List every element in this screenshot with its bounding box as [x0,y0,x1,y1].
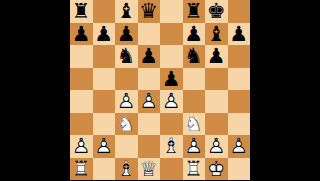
video-frame: ♜♝♛♜♚♟♟♟♟♝♟♞♟♞♟♟♟♙♟♙♟♙♞♘♞♘♟♙♟♙♝♗♟♙♟♙♟♙♜♖… [0,0,320,180]
square-e2[interactable]: ♝♗ [160,135,183,158]
square-a2[interactable]: ♟♙ [70,135,93,158]
square-c6[interactable]: ♞ [115,45,138,68]
square-f2[interactable]: ♟♙ [183,135,206,158]
white-pawn: ♟♙ [183,135,206,158]
square-a6[interactable] [70,45,93,68]
black-pawn: ♟ [183,23,206,46]
square-b7[interactable]: ♟ [93,23,116,46]
square-b6[interactable] [93,45,116,68]
square-d3[interactable] [138,113,161,136]
square-b3[interactable] [93,113,116,136]
white-pawn: ♟♙ [138,90,161,113]
square-a8[interactable]: ♜ [70,0,93,23]
square-h7[interactable]: ♟ [228,23,251,46]
square-c2[interactable] [115,135,138,158]
square-h8[interactable] [228,0,251,23]
black-bishop: ♝ [205,23,228,46]
square-f1[interactable]: ♜♖ [183,158,206,181]
chess-board: ♜♝♛♜♚♟♟♟♟♝♟♞♟♞♟♟♟♙♟♙♟♙♞♘♞♘♟♙♟♙♝♗♟♙♟♙♟♙♜♖… [70,0,250,180]
square-c1[interactable]: ♝♗ [115,158,138,181]
square-h4[interactable] [228,90,251,113]
black-pawn: ♟ [205,45,228,68]
white-knight: ♞♘ [115,113,138,136]
square-g2[interactable]: ♟♙ [205,135,228,158]
square-e8[interactable] [160,0,183,23]
square-h2[interactable]: ♟♙ [228,135,251,158]
square-d7[interactable] [138,23,161,46]
square-c4[interactable]: ♟♙ [115,90,138,113]
square-d6[interactable]: ♟ [138,45,161,68]
black-rook: ♜ [70,0,93,23]
square-f6[interactable]: ♞ [183,45,206,68]
white-pawn: ♟♙ [228,135,251,158]
square-e6[interactable] [160,45,183,68]
black-knight: ♞ [115,45,138,68]
square-g5[interactable] [205,68,228,91]
white-rook: ♜♖ [70,158,93,181]
black-king: ♚ [205,0,228,23]
white-rook: ♜♖ [183,158,206,181]
white-knight: ♞♘ [183,113,206,136]
square-c5[interactable] [115,68,138,91]
square-d1[interactable]: ♛♕ [138,158,161,181]
square-b4[interactable] [93,90,116,113]
black-rook: ♜ [183,0,206,23]
square-f5[interactable] [183,68,206,91]
square-b5[interactable] [93,68,116,91]
black-pawn: ♟ [138,45,161,68]
square-e5[interactable]: ♟ [160,68,183,91]
white-pawn: ♟♙ [70,135,93,158]
square-f4[interactable] [183,90,206,113]
square-a5[interactable] [70,68,93,91]
square-g8[interactable]: ♚ [205,0,228,23]
square-f3[interactable]: ♞♘ [183,113,206,136]
square-f8[interactable]: ♜ [183,0,206,23]
square-c7[interactable]: ♟ [115,23,138,46]
square-h5[interactable] [228,68,251,91]
square-d8[interactable]: ♛ [138,0,161,23]
square-e1[interactable] [160,158,183,181]
square-b8[interactable] [93,0,116,23]
square-f7[interactable]: ♟ [183,23,206,46]
black-pawn: ♟ [160,68,183,91]
square-h3[interactable] [228,113,251,136]
black-pawn: ♟ [70,23,93,46]
square-c3[interactable]: ♞♘ [115,113,138,136]
black-queen: ♛ [138,0,161,23]
square-g3[interactable] [205,113,228,136]
black-pawn: ♟ [115,23,138,46]
white-pawn: ♟♙ [205,135,228,158]
square-a4[interactable] [70,90,93,113]
pillarbox-left [0,0,70,180]
square-e7[interactable] [160,23,183,46]
square-b2[interactable]: ♟♙ [93,135,116,158]
square-g1[interactable]: ♚♔ [205,158,228,181]
white-bishop: ♝♗ [115,158,138,181]
square-g6[interactable]: ♟ [205,45,228,68]
square-g4[interactable] [205,90,228,113]
white-king: ♚♔ [205,158,228,181]
white-pawn: ♟♙ [115,90,138,113]
square-d2[interactable] [138,135,161,158]
white-queen: ♛♕ [138,158,161,181]
square-g7[interactable]: ♝ [205,23,228,46]
black-bishop: ♝ [115,0,138,23]
white-pawn: ♟♙ [160,90,183,113]
square-d5[interactable] [138,68,161,91]
pillarbox-right [250,0,320,180]
white-pawn: ♟♙ [93,135,116,158]
black-knight: ♞ [183,45,206,68]
square-a3[interactable] [70,113,93,136]
square-a1[interactable]: ♜♖ [70,158,93,181]
square-d4[interactable]: ♟♙ [138,90,161,113]
square-e3[interactable] [160,113,183,136]
black-pawn: ♟ [228,23,251,46]
black-pawn: ♟ [93,23,116,46]
square-c8[interactable]: ♝ [115,0,138,23]
square-h1[interactable] [228,158,251,181]
square-h6[interactable] [228,45,251,68]
white-bishop: ♝♗ [160,135,183,158]
square-e4[interactable]: ♟♙ [160,90,183,113]
square-a7[interactable]: ♟ [70,23,93,46]
square-b1[interactable] [93,158,116,181]
